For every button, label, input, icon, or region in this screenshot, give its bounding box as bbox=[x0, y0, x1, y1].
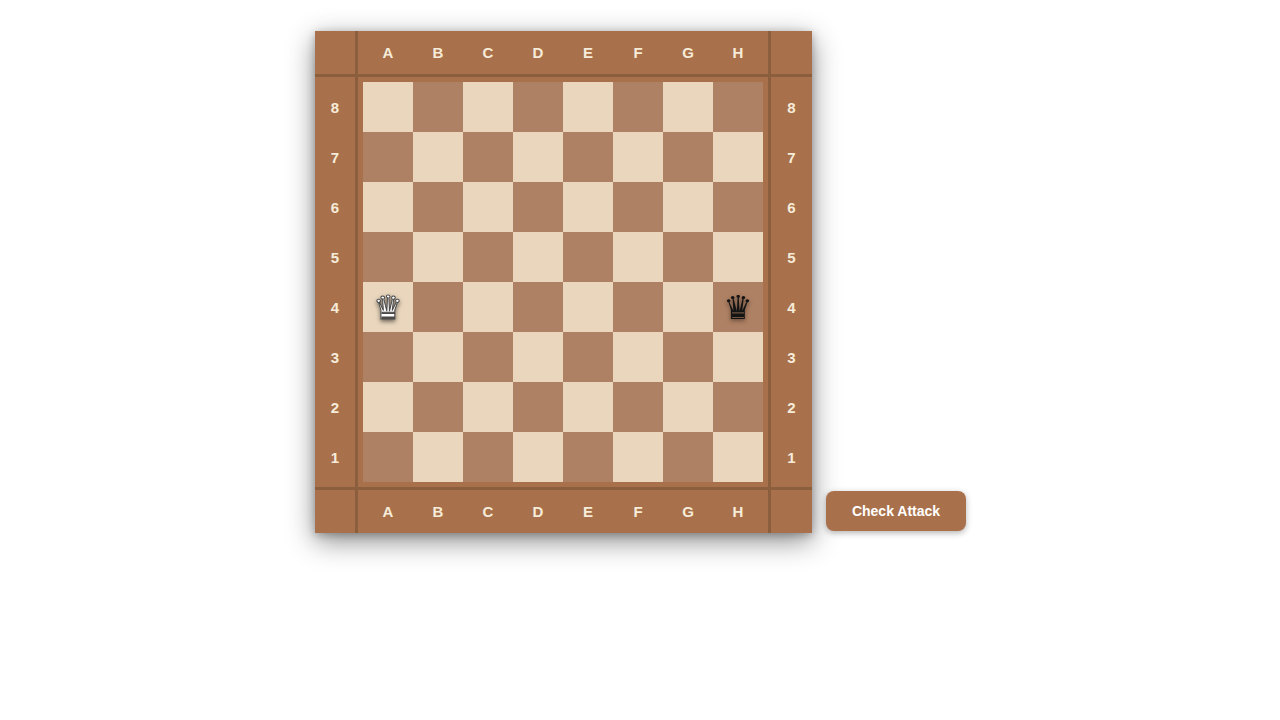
square-e3[interactable] bbox=[563, 332, 613, 382]
rank-label-5: 5 bbox=[787, 249, 795, 266]
rank-label-4: 4 bbox=[331, 299, 339, 316]
square-b4[interactable] bbox=[413, 282, 463, 332]
file-label-h: H bbox=[713, 44, 763, 61]
square-h5[interactable] bbox=[713, 232, 763, 282]
square-g6[interactable] bbox=[663, 182, 713, 232]
square-d6[interactable] bbox=[513, 182, 563, 232]
check-attack-button[interactable]: Check Attack bbox=[826, 491, 966, 531]
square-a3[interactable] bbox=[363, 332, 413, 382]
board-corner-bottom-left bbox=[315, 490, 355, 533]
rank-label-7: 7 bbox=[787, 149, 795, 166]
square-f5[interactable] bbox=[613, 232, 663, 282]
file-label-b: B bbox=[413, 44, 463, 61]
file-label-d: D bbox=[513, 503, 563, 520]
square-h7[interactable] bbox=[713, 132, 763, 182]
square-d2[interactable] bbox=[513, 382, 563, 432]
square-c7[interactable] bbox=[463, 132, 513, 182]
file-label-d: D bbox=[513, 44, 563, 61]
square-a7[interactable] bbox=[363, 132, 413, 182]
square-d8[interactable] bbox=[513, 82, 563, 132]
file-label-c: C bbox=[463, 44, 513, 61]
file-label-b: B bbox=[413, 503, 463, 520]
file-label-f: F bbox=[613, 44, 663, 61]
square-d5[interactable] bbox=[513, 232, 563, 282]
rank-label-8: 8 bbox=[787, 99, 795, 116]
rank-label-6: 6 bbox=[787, 199, 795, 216]
square-f8[interactable] bbox=[613, 82, 663, 132]
square-f2[interactable] bbox=[613, 382, 663, 432]
square-d4[interactable] bbox=[513, 282, 563, 332]
square-e4[interactable] bbox=[563, 282, 613, 332]
square-g7[interactable] bbox=[663, 132, 713, 182]
board-squares: ♛♛ bbox=[358, 77, 768, 487]
file-label-c: C bbox=[463, 503, 513, 520]
rank-labels-right: 87654321 bbox=[771, 77, 812, 487]
board-corner-top-right bbox=[771, 31, 812, 74]
square-h6[interactable] bbox=[713, 182, 763, 232]
rank-label-2: 2 bbox=[331, 399, 339, 416]
square-g2[interactable] bbox=[663, 382, 713, 432]
square-b2[interactable] bbox=[413, 382, 463, 432]
square-c4[interactable] bbox=[463, 282, 513, 332]
square-a4[interactable]: ♛ bbox=[363, 282, 413, 332]
file-label-e: E bbox=[563, 503, 613, 520]
square-e2[interactable] bbox=[563, 382, 613, 432]
square-a8[interactable] bbox=[363, 82, 413, 132]
file-label-f: F bbox=[613, 503, 663, 520]
board-corner-top-left bbox=[315, 31, 355, 74]
square-d7[interactable] bbox=[513, 132, 563, 182]
file-label-h: H bbox=[713, 503, 763, 520]
file-label-g: G bbox=[663, 44, 713, 61]
file-label-g: G bbox=[663, 503, 713, 520]
square-g8[interactable] bbox=[663, 82, 713, 132]
square-b1[interactable] bbox=[413, 432, 463, 482]
square-f7[interactable] bbox=[613, 132, 663, 182]
square-c8[interactable] bbox=[463, 82, 513, 132]
rank-labels-left: 87654321 bbox=[315, 77, 355, 487]
rank-label-8: 8 bbox=[331, 99, 339, 116]
square-g1[interactable] bbox=[663, 432, 713, 482]
file-label-a: A bbox=[363, 44, 413, 61]
square-c3[interactable] bbox=[463, 332, 513, 382]
file-labels-top: ABCDEFGH bbox=[358, 31, 768, 74]
square-e5[interactable] bbox=[563, 232, 613, 282]
square-a5[interactable] bbox=[363, 232, 413, 282]
square-g5[interactable] bbox=[663, 232, 713, 282]
square-f3[interactable] bbox=[613, 332, 663, 382]
square-e1[interactable] bbox=[563, 432, 613, 482]
square-h3[interactable] bbox=[713, 332, 763, 382]
square-c1[interactable] bbox=[463, 432, 513, 482]
square-b7[interactable] bbox=[413, 132, 463, 182]
square-c5[interactable] bbox=[463, 232, 513, 282]
rank-label-2: 2 bbox=[787, 399, 795, 416]
square-c6[interactable] bbox=[463, 182, 513, 232]
white-queen[interactable]: ♛ bbox=[373, 291, 403, 324]
square-d3[interactable] bbox=[513, 332, 563, 382]
rank-label-5: 5 bbox=[331, 249, 339, 266]
rank-label-6: 6 bbox=[331, 199, 339, 216]
file-label-e: E bbox=[563, 44, 613, 61]
square-a2[interactable] bbox=[363, 382, 413, 432]
rank-label-1: 1 bbox=[331, 449, 339, 466]
square-b6[interactable] bbox=[413, 182, 463, 232]
square-f4[interactable] bbox=[613, 282, 663, 332]
rank-label-1: 1 bbox=[787, 449, 795, 466]
file-labels-bottom: ABCDEFGH bbox=[358, 490, 768, 533]
square-a6[interactable] bbox=[363, 182, 413, 232]
square-b8[interactable] bbox=[413, 82, 463, 132]
square-e8[interactable] bbox=[563, 82, 613, 132]
square-h8[interactable] bbox=[713, 82, 763, 132]
black-queen[interactable]: ♛ bbox=[723, 291, 753, 324]
square-e6[interactable] bbox=[563, 182, 613, 232]
chess-board: ABCDEFGH 87654321 ♛♛ 87654321 ABCDEFGH bbox=[315, 31, 812, 533]
square-h2[interactable] bbox=[713, 382, 763, 432]
square-h4[interactable]: ♛ bbox=[713, 282, 763, 332]
square-g4[interactable] bbox=[663, 282, 713, 332]
square-b5[interactable] bbox=[413, 232, 463, 282]
board-corner-bottom-right bbox=[771, 490, 812, 533]
square-b3[interactable] bbox=[413, 332, 463, 382]
square-d1[interactable] bbox=[513, 432, 563, 482]
square-h1[interactable] bbox=[713, 432, 763, 482]
rank-label-7: 7 bbox=[331, 149, 339, 166]
rank-label-3: 3 bbox=[331, 349, 339, 366]
square-c2[interactable] bbox=[463, 382, 513, 432]
square-f6[interactable] bbox=[613, 182, 663, 232]
rank-label-4: 4 bbox=[787, 299, 795, 316]
rank-label-3: 3 bbox=[787, 349, 795, 366]
file-label-a: A bbox=[363, 503, 413, 520]
square-a1[interactable] bbox=[363, 432, 413, 482]
square-f1[interactable] bbox=[613, 432, 663, 482]
square-g3[interactable] bbox=[663, 332, 713, 382]
square-e7[interactable] bbox=[563, 132, 613, 182]
